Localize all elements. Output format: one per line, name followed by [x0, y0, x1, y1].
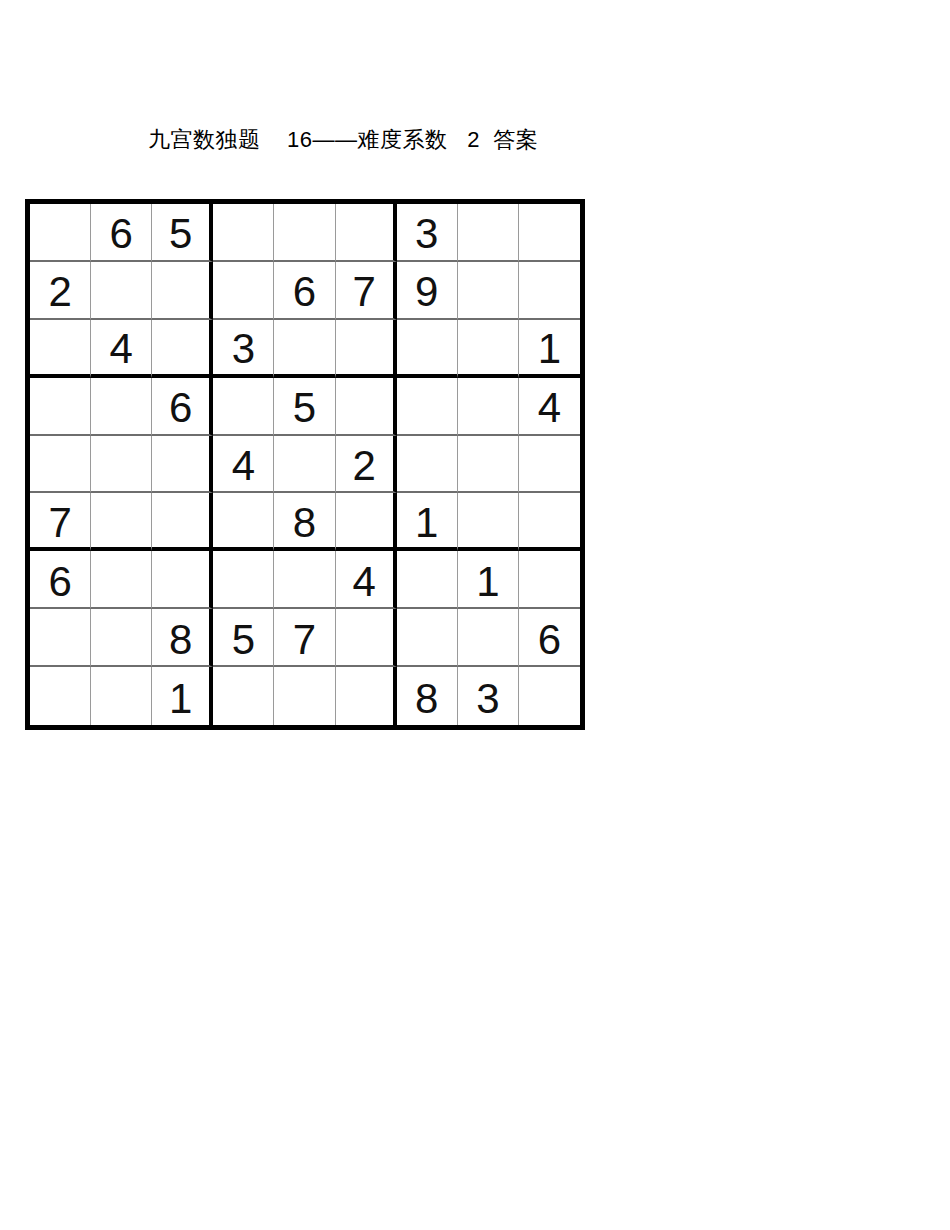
cell-r8c4[interactable]: 5	[213, 609, 274, 667]
cell-r7c1[interactable]: 6	[30, 551, 91, 609]
cell-r6c8[interactable]	[458, 493, 519, 551]
cell-r6c2[interactable]	[91, 493, 152, 551]
cell-r7c8[interactable]: 1	[458, 551, 519, 609]
cell-r6c9[interactable]	[519, 493, 580, 551]
cell-r4c1[interactable]	[30, 378, 91, 436]
cell-r2c1[interactable]: 2	[30, 262, 91, 320]
cell-r9c3[interactable]: 1	[152, 667, 213, 725]
cell-r1c5[interactable]	[274, 204, 335, 262]
cell-r9c2[interactable]	[91, 667, 152, 725]
cell-r2c2[interactable]	[91, 262, 152, 320]
cell-r5c4[interactable]: 4	[213, 436, 274, 494]
cell-r2c9[interactable]	[519, 262, 580, 320]
cell-r7c4[interactable]	[213, 551, 274, 609]
cell-r4c4[interactable]	[213, 378, 274, 436]
cell-r8c3[interactable]: 8	[152, 609, 213, 667]
cell-r7c3[interactable]	[152, 551, 213, 609]
cell-r8c1[interactable]	[30, 609, 91, 667]
cell-r5c3[interactable]	[152, 436, 213, 494]
worksheet-page: { "game": "sudoku", "position": ".65...3…	[0, 0, 950, 1230]
cell-r9c4[interactable]	[213, 667, 274, 725]
cell-r8c5[interactable]: 7	[274, 609, 335, 667]
cell-r1c4[interactable]	[213, 204, 274, 262]
cell-r2c4[interactable]	[213, 262, 274, 320]
cell-r3c1[interactable]	[30, 320, 91, 378]
cell-r5c6[interactable]: 2	[336, 436, 397, 494]
cell-r1c6[interactable]	[336, 204, 397, 262]
cell-r8c7[interactable]	[397, 609, 458, 667]
cell-r4c2[interactable]	[91, 378, 152, 436]
cell-r3c8[interactable]	[458, 320, 519, 378]
cell-r2c3[interactable]	[152, 262, 213, 320]
cell-r3c5[interactable]	[274, 320, 335, 378]
cell-r3c2[interactable]: 4	[91, 320, 152, 378]
cell-r5c5[interactable]	[274, 436, 335, 494]
cell-r7c6[interactable]: 4	[336, 551, 397, 609]
cell-r1c9[interactable]	[519, 204, 580, 262]
page-title: 九宫数独题 16——难度系数 2 答案	[148, 125, 538, 155]
cell-r7c5[interactable]	[274, 551, 335, 609]
cell-r5c8[interactable]	[458, 436, 519, 494]
cell-r3c9[interactable]: 1	[519, 320, 580, 378]
cell-r9c7[interactable]: 8	[397, 667, 458, 725]
cell-r6c3[interactable]	[152, 493, 213, 551]
cell-r4c8[interactable]	[458, 378, 519, 436]
cell-r9c5[interactable]	[274, 667, 335, 725]
cell-r6c6[interactable]	[336, 493, 397, 551]
cell-r6c4[interactable]	[213, 493, 274, 551]
cell-r5c9[interactable]	[519, 436, 580, 494]
cell-r7c7[interactable]	[397, 551, 458, 609]
cell-r4c3[interactable]: 6	[152, 378, 213, 436]
cell-r4c7[interactable]	[397, 378, 458, 436]
sudoku-grid: 6532679431654427816418576183	[25, 199, 585, 730]
cell-r6c5[interactable]: 8	[274, 493, 335, 551]
cell-r1c3[interactable]: 5	[152, 204, 213, 262]
cell-r2c6[interactable]: 7	[336, 262, 397, 320]
cell-r4c6[interactable]	[336, 378, 397, 436]
cell-r1c7[interactable]: 3	[397, 204, 458, 262]
cell-r7c9[interactable]	[519, 551, 580, 609]
cell-r5c2[interactable]	[91, 436, 152, 494]
cell-r8c2[interactable]	[91, 609, 152, 667]
cell-r5c1[interactable]	[30, 436, 91, 494]
cell-r8c6[interactable]	[336, 609, 397, 667]
cell-r9c8[interactable]: 3	[458, 667, 519, 725]
cell-r1c2[interactable]: 6	[91, 204, 152, 262]
cell-r5c7[interactable]	[397, 436, 458, 494]
cell-r9c6[interactable]	[336, 667, 397, 725]
cell-r3c4[interactable]: 3	[213, 320, 274, 378]
cell-r1c8[interactable]	[458, 204, 519, 262]
cell-r9c1[interactable]	[30, 667, 91, 725]
cell-r8c8[interactable]	[458, 609, 519, 667]
cell-r9c9[interactable]	[519, 667, 580, 725]
cell-r3c7[interactable]	[397, 320, 458, 378]
cell-r4c9[interactable]: 4	[519, 378, 580, 436]
cell-r3c6[interactable]	[336, 320, 397, 378]
cell-r7c2[interactable]	[91, 551, 152, 609]
cell-r6c7[interactable]: 1	[397, 493, 458, 551]
cell-r3c3[interactable]	[152, 320, 213, 378]
cell-r4c5[interactable]: 5	[274, 378, 335, 436]
cell-r2c7[interactable]: 9	[397, 262, 458, 320]
cell-r1c1[interactable]	[30, 204, 91, 262]
cell-r8c9[interactable]: 6	[519, 609, 580, 667]
cell-r6c1[interactable]: 7	[30, 493, 91, 551]
cell-r2c5[interactable]: 6	[274, 262, 335, 320]
cell-r2c8[interactable]	[458, 262, 519, 320]
